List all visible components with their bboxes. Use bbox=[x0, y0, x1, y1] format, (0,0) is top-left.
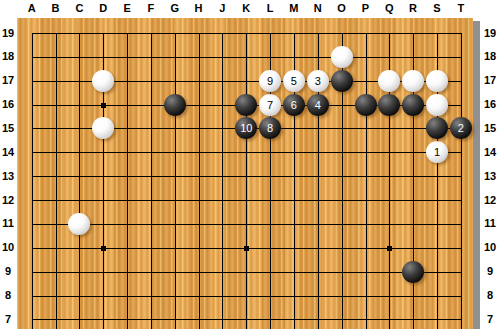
row-label-right-8: 8 bbox=[481, 289, 499, 302]
stone-white-L17[interactable]: 9 bbox=[259, 70, 281, 92]
stone-black-R16[interactable] bbox=[402, 94, 424, 116]
grid-line-col-K bbox=[246, 33, 247, 329]
row-label-left-12: 12 bbox=[0, 194, 16, 207]
stone-black-O17[interactable] bbox=[331, 70, 353, 92]
grid-line-col-G bbox=[175, 33, 176, 329]
row-label-right-17: 17 bbox=[481, 74, 499, 87]
stone-white-S17[interactable] bbox=[426, 70, 448, 92]
row-label-right-14: 14 bbox=[481, 146, 499, 159]
col-label-top-T: T bbox=[453, 2, 469, 15]
stone-white-M17[interactable]: 5 bbox=[283, 70, 305, 92]
stone-black-Q16[interactable] bbox=[378, 94, 400, 116]
col-label-top-D: D bbox=[95, 2, 111, 15]
grid-line-col-J bbox=[222, 33, 223, 329]
col-label-top-M: M bbox=[286, 2, 302, 15]
grid-line-col-T bbox=[461, 33, 462, 329]
col-label-top-J: J bbox=[214, 2, 230, 15]
goban-surface[interactable] bbox=[17, 18, 473, 329]
stone-black-R9[interactable] bbox=[402, 261, 424, 283]
row-label-right-15: 15 bbox=[481, 122, 499, 135]
col-label-top-E: E bbox=[119, 2, 135, 15]
col-label-top-N: N bbox=[310, 2, 326, 15]
stone-white-N17[interactable]: 3 bbox=[307, 70, 329, 92]
row-label-left-15: 15 bbox=[0, 122, 16, 135]
col-label-top-O: O bbox=[334, 2, 350, 15]
stone-black-P16[interactable] bbox=[355, 94, 377, 116]
stone-black-M16[interactable]: 6 bbox=[283, 94, 305, 116]
stone-black-N16[interactable]: 4 bbox=[307, 94, 329, 116]
row-label-right-11: 11 bbox=[481, 217, 499, 230]
col-label-top-L: L bbox=[262, 2, 278, 15]
stone-white-D17[interactable] bbox=[92, 70, 114, 92]
col-label-top-Q: Q bbox=[381, 2, 397, 15]
row-label-left-11: 11 bbox=[0, 217, 16, 230]
col-label-top-A: A bbox=[24, 2, 40, 15]
stone-white-Q17[interactable] bbox=[378, 70, 400, 92]
row-label-left-16: 16 bbox=[0, 98, 16, 111]
row-label-right-7: 7 bbox=[481, 313, 499, 326]
board-edge-shadow bbox=[473, 21, 480, 329]
row-label-left-8: 8 bbox=[0, 289, 16, 302]
star-point-D10 bbox=[101, 246, 106, 251]
grid-line-col-A bbox=[32, 33, 33, 329]
row-label-left-18: 18 bbox=[0, 50, 16, 63]
row-label-left-7: 7 bbox=[0, 313, 16, 326]
grid-line-col-F bbox=[151, 33, 152, 329]
col-label-top-C: C bbox=[71, 2, 87, 15]
col-label-top-P: P bbox=[358, 2, 374, 15]
col-label-top-G: G bbox=[167, 2, 183, 15]
row-label-right-10: 10 bbox=[481, 241, 499, 254]
row-label-right-18: 18 bbox=[481, 50, 499, 63]
col-label-top-K: K bbox=[238, 2, 254, 15]
row-label-right-16: 16 bbox=[481, 98, 499, 111]
grid-line-col-E bbox=[127, 33, 128, 329]
col-label-top-B: B bbox=[48, 2, 64, 15]
row-label-left-9: 9 bbox=[0, 265, 16, 278]
row-label-right-12: 12 bbox=[481, 194, 499, 207]
stone-white-R17[interactable] bbox=[402, 70, 424, 92]
grid-line-col-H bbox=[199, 33, 200, 329]
stone-black-K16[interactable] bbox=[235, 94, 257, 116]
row-label-left-10: 10 bbox=[0, 241, 16, 254]
row-label-left-13: 13 bbox=[0, 170, 16, 183]
row-label-left-14: 14 bbox=[0, 146, 16, 159]
col-label-top-R: R bbox=[405, 2, 421, 15]
grid-line-col-B bbox=[56, 33, 57, 329]
star-point-D16 bbox=[101, 103, 106, 108]
stone-white-L16[interactable]: 7 bbox=[259, 94, 281, 116]
go-diagram-screen: ABCDEFGHJKLMNOPQRST191918181717161615151… bbox=[0, 0, 500, 329]
stone-black-G16[interactable] bbox=[164, 94, 186, 116]
col-label-top-F: F bbox=[143, 2, 159, 15]
star-point-K10 bbox=[244, 246, 249, 251]
row-label-left-19: 19 bbox=[0, 27, 16, 40]
row-label-right-9: 9 bbox=[481, 265, 499, 278]
stone-white-S16[interactable] bbox=[426, 94, 448, 116]
row-label-right-19: 19 bbox=[481, 27, 499, 40]
row-label-right-13: 13 bbox=[481, 170, 499, 183]
stone-white-O18[interactable] bbox=[331, 46, 353, 68]
grid-line-col-P bbox=[366, 33, 367, 329]
row-label-left-17: 17 bbox=[0, 74, 16, 87]
col-label-top-S: S bbox=[429, 2, 445, 15]
star-point-Q10 bbox=[387, 246, 392, 251]
col-label-top-H: H bbox=[191, 2, 207, 15]
grid-line-col-C bbox=[79, 33, 80, 329]
